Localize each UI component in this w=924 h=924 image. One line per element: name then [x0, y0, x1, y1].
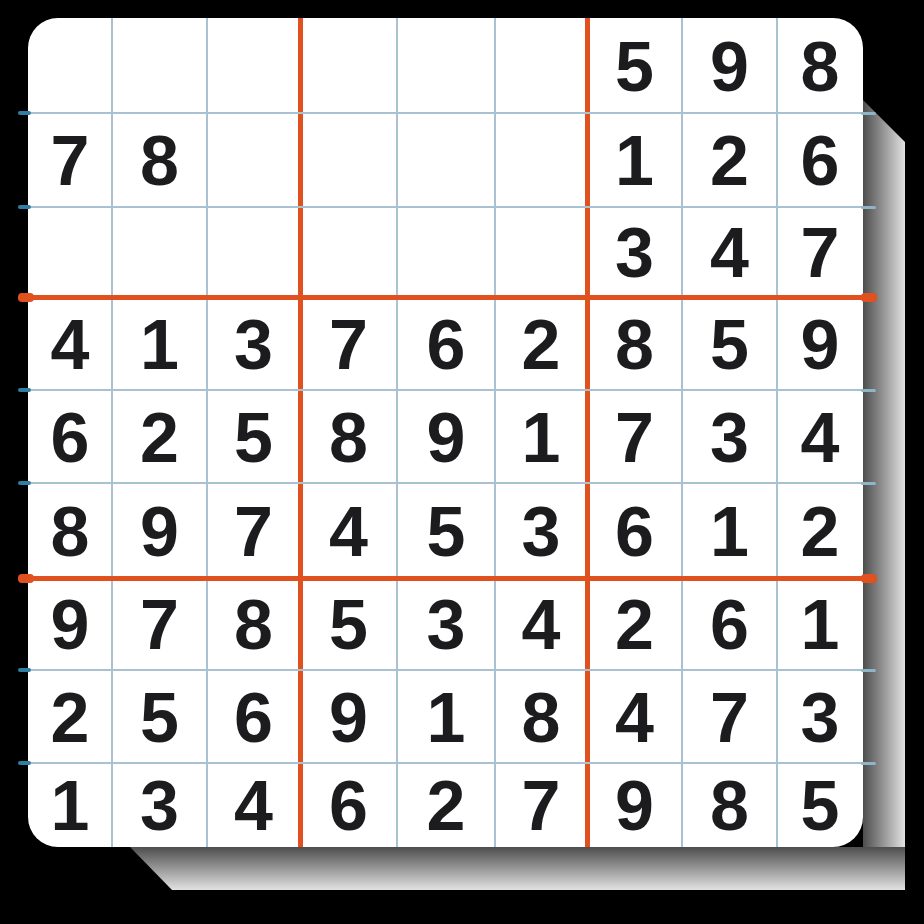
- sudoku-cell-r6c5[interactable]: 5: [397, 483, 495, 578]
- cell-digit: 8: [51, 497, 90, 567]
- cell-digit: 1: [51, 771, 90, 841]
- cell-digit: 7: [801, 218, 840, 288]
- cell-digit: 3: [427, 590, 466, 660]
- cell-digit: 1: [615, 126, 654, 196]
- sudoku-cell-r7c9[interactable]: 1: [777, 578, 863, 670]
- sudoku-cell-r3c1[interactable]: [28, 207, 112, 297]
- sudoku-cell-r4c6[interactable]: 2: [495, 297, 587, 390]
- sudoku-cell-r6c7[interactable]: 6: [587, 483, 682, 578]
- sudoku-cell-r2c8[interactable]: 2: [682, 113, 777, 207]
- sudoku-cell-r9c8[interactable]: 8: [682, 763, 777, 847]
- cell-digit: 2: [51, 683, 90, 753]
- sudoku-cell-r6c9[interactable]: 2: [777, 483, 863, 578]
- cell-digit: 8: [801, 32, 840, 102]
- cell-digit: 9: [801, 310, 840, 380]
- sudoku-cell-r5c8[interactable]: 3: [682, 390, 777, 483]
- cell-digit: 4: [710, 218, 749, 288]
- sudoku-cell-r9c9[interactable]: 5: [777, 763, 863, 847]
- sudoku-cell-r8c3[interactable]: 6: [207, 670, 300, 763]
- sudoku-cell-r6c4[interactable]: 4: [300, 483, 397, 578]
- board-shadow-right: [863, 100, 905, 890]
- sudoku-cell-r4c8[interactable]: 5: [682, 297, 777, 390]
- sudoku-cell-r5c9[interactable]: 4: [777, 390, 863, 483]
- cell-digit: 2: [615, 590, 654, 660]
- cell-digit: 8: [710, 771, 749, 841]
- cell-digit: 2: [522, 310, 561, 380]
- sudoku-cell-r6c1[interactable]: 8: [28, 483, 112, 578]
- cell-digit: 1: [710, 497, 749, 567]
- sudoku-cell-r2c4[interactable]: [300, 113, 397, 207]
- grid-tick-right-2: [861, 206, 876, 209]
- sudoku-cell-r7c3[interactable]: 8: [207, 578, 300, 670]
- grid-tick-right-7: [861, 669, 876, 672]
- cell-digit: 2: [801, 497, 840, 567]
- sudoku-cell-r5c3[interactable]: 5: [207, 390, 300, 483]
- sudoku-cell-r8c5[interactable]: 1: [397, 670, 495, 763]
- cell-digit: 3: [140, 771, 179, 841]
- sudoku-cell-r2c1[interactable]: 7: [28, 113, 112, 207]
- sudoku-cell-r5c4[interactable]: 8: [300, 390, 397, 483]
- sudoku-cell-r6c6[interactable]: 3: [495, 483, 587, 578]
- sudoku-cell-r8c2[interactable]: 5: [112, 670, 207, 763]
- sudoku-cell-r3c8[interactable]: 4: [682, 207, 777, 297]
- box-line-cap-right-6: [861, 574, 877, 583]
- cell-digit: 9: [427, 403, 466, 473]
- cell-digit: 2: [710, 126, 749, 196]
- sudoku-cell-r8c1[interactable]: 2: [28, 670, 112, 763]
- sudoku-cell-r6c2[interactable]: 9: [112, 483, 207, 578]
- cell-digit: 7: [615, 403, 654, 473]
- cell-digit: 3: [710, 403, 749, 473]
- cell-digit: 4: [51, 310, 90, 380]
- sudoku-cell-r7c4[interactable]: 5: [300, 578, 397, 670]
- sudoku-cell-r2c6[interactable]: [495, 113, 587, 207]
- cell-digit: 4: [522, 590, 561, 660]
- sudoku-cell-r3c7[interactable]: 3: [587, 207, 682, 297]
- cell-digit: 1: [801, 590, 840, 660]
- cell-digit: 9: [140, 497, 179, 567]
- grid-tick-right-4: [861, 389, 876, 392]
- sudoku-cell-r4c4[interactable]: 7: [300, 297, 397, 390]
- cell-digit: 1: [427, 683, 466, 753]
- sudoku-cell-r3c2[interactable]: [112, 207, 207, 297]
- sudoku-cell-r1c4[interactable]: [300, 18, 397, 113]
- cell-digit: 6: [51, 403, 90, 473]
- sudoku-cell-r9c4[interactable]: 6: [300, 763, 397, 847]
- sudoku-cell-r1c6[interactable]: [495, 18, 587, 113]
- cell-digit: 7: [51, 126, 90, 196]
- sudoku-cell-r5c2[interactable]: 2: [112, 390, 207, 483]
- cell-digit: 7: [522, 771, 561, 841]
- sudoku-cell-r4c3[interactable]: 3: [207, 297, 300, 390]
- cell-digit: 9: [51, 590, 90, 660]
- cell-digit: 8: [234, 590, 273, 660]
- sudoku-cell-r8c7[interactable]: 4: [587, 670, 682, 763]
- cell-digit: 7: [710, 683, 749, 753]
- grid-tick-right-5: [861, 482, 876, 485]
- cell-digit: 5: [329, 590, 368, 660]
- sudoku-cell-r3c6[interactable]: [495, 207, 587, 297]
- cell-digit: 5: [615, 32, 654, 102]
- cell-digit: 8: [615, 310, 654, 380]
- sudoku-cell-r2c5[interactable]: [397, 113, 495, 207]
- sudoku-cell-r9c3[interactable]: 4: [207, 763, 300, 847]
- sudoku-cell-r2c3[interactable]: [207, 113, 300, 207]
- sudoku-cell-r7c8[interactable]: 6: [682, 578, 777, 670]
- box-line-cap-right-3: [861, 293, 877, 302]
- sudoku-cell-r5c1[interactable]: 6: [28, 390, 112, 483]
- sudoku-cell-r9c2[interactable]: 3: [112, 763, 207, 847]
- cell-digit: 6: [710, 590, 749, 660]
- sudoku-cell-r3c4[interactable]: [300, 207, 397, 297]
- sudoku-cell-r2c2[interactable]: 8: [112, 113, 207, 207]
- cell-digit: 5: [801, 771, 840, 841]
- sudoku-cell-r1c2[interactable]: [112, 18, 207, 113]
- sudoku-cell-r4c1[interactable]: 4: [28, 297, 112, 390]
- sudoku-puzzle: 5987812634741376285962589173489745361297…: [0, 0, 924, 924]
- cell-digit: 4: [234, 771, 273, 841]
- cell-digit: 1: [140, 310, 179, 380]
- cell-digit: 6: [329, 771, 368, 841]
- cell-digit: 8: [329, 403, 368, 473]
- cell-digit: 9: [615, 771, 654, 841]
- cell-digit: 9: [329, 683, 368, 753]
- sudoku-cell-r4c7[interactable]: 8: [587, 297, 682, 390]
- sudoku-cell-r4c9[interactable]: 9: [777, 297, 863, 390]
- cell-digit: 4: [801, 403, 840, 473]
- cell-digit: 5: [710, 310, 749, 380]
- sudoku-cell-r2c9[interactable]: 6: [777, 113, 863, 207]
- sudoku-cell-r1c7[interactable]: 5: [587, 18, 682, 113]
- grid-tick-right-1: [861, 112, 876, 115]
- cell-digit: 3: [615, 218, 654, 288]
- sudoku-cell-r7c2[interactable]: 7: [112, 578, 207, 670]
- sudoku-cell-r6c3[interactable]: 7: [207, 483, 300, 578]
- cell-digit: 5: [427, 497, 466, 567]
- cell-digit: 5: [234, 403, 273, 473]
- cell-digit: 6: [234, 683, 273, 753]
- sudoku-cell-r2c7[interactable]: 1: [587, 113, 682, 207]
- cell-digit: 4: [615, 683, 654, 753]
- sudoku-cell-r5c7[interactable]: 7: [587, 390, 682, 483]
- sudoku-cell-r7c1[interactable]: 9: [28, 578, 112, 670]
- cell-digit: 9: [710, 32, 749, 102]
- cell-digit: 4: [329, 497, 368, 567]
- sudoku-cell-r3c3[interactable]: [207, 207, 300, 297]
- sudoku-cell-r1c9[interactable]: 8: [777, 18, 863, 113]
- cell-digit: 3: [801, 683, 840, 753]
- cell-digit: 3: [234, 310, 273, 380]
- sudoku-cell-r4c5[interactable]: 6: [397, 297, 495, 390]
- sudoku-cell-r9c1[interactable]: 1: [28, 763, 112, 847]
- cell-digit: 6: [615, 497, 654, 567]
- sudoku-cell-r1c8[interactable]: 9: [682, 18, 777, 113]
- sudoku-cell-r5c5[interactable]: 9: [397, 390, 495, 483]
- board-shadow-bottom: [130, 847, 905, 890]
- sudoku-cell-r3c9[interactable]: 7: [777, 207, 863, 297]
- sudoku-cell-r7c6[interactable]: 4: [495, 578, 587, 670]
- sudoku-cell-r1c3[interactable]: [207, 18, 300, 113]
- cell-digit: 8: [140, 126, 179, 196]
- sudoku-cell-r9c7[interactable]: 9: [587, 763, 682, 847]
- sudoku-cell-r8c9[interactable]: 3: [777, 670, 863, 763]
- sudoku-cell-r7c5[interactable]: 3: [397, 578, 495, 670]
- sudoku-cell-r1c5[interactable]: [397, 18, 495, 113]
- sudoku-cell-r1c1[interactable]: [28, 18, 112, 113]
- cell-digit: 2: [140, 403, 179, 473]
- sudoku-cell-r8c8[interactable]: 7: [682, 670, 777, 763]
- sudoku-cell-r3c5[interactable]: [397, 207, 495, 297]
- cell-digit: 7: [329, 310, 368, 380]
- cell-digit: 6: [801, 126, 840, 196]
- sudoku-cell-r8c4[interactable]: 9: [300, 670, 397, 763]
- cell-digit: 2: [427, 771, 466, 841]
- cell-digit: 3: [522, 497, 561, 567]
- sudoku-cell-r9c6[interactable]: 7: [495, 763, 587, 847]
- sudoku-cell-r6c8[interactable]: 1: [682, 483, 777, 578]
- sudoku-cell-r9c5[interactable]: 2: [397, 763, 495, 847]
- cell-digit: 7: [234, 497, 273, 567]
- sudoku-cell-r4c2[interactable]: 1: [112, 297, 207, 390]
- sudoku-cell-r8c6[interactable]: 8: [495, 670, 587, 763]
- sudoku-cell-r5c6[interactable]: 1: [495, 390, 587, 483]
- cell-digit: 7: [140, 590, 179, 660]
- cell-digit: 5: [140, 683, 179, 753]
- cell-digit: 8: [522, 683, 561, 753]
- cell-digit: 1: [522, 403, 561, 473]
- cell-digit: 6: [427, 310, 466, 380]
- sudoku-cell-r7c7[interactable]: 2: [587, 578, 682, 670]
- grid-tick-right-8: [861, 762, 876, 765]
